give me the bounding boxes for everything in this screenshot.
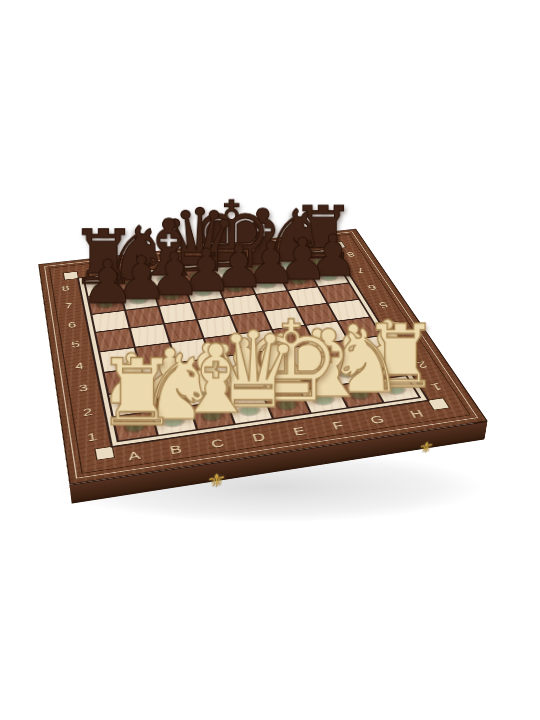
square-a5 (96, 329, 133, 351)
felt-base-shadow (247, 263, 272, 274)
felt-base-shadow (308, 392, 339, 408)
rank-label-5-right: 5 (377, 301, 389, 309)
rank-label-4-left: 4 (74, 360, 84, 370)
felt-base-shadow (262, 375, 292, 391)
square-b2: ♟ (147, 385, 188, 411)
felt-base-shadow (197, 407, 227, 424)
felt-base-shadow (154, 274, 179, 286)
felt-base-shadow (277, 259, 302, 270)
felt-base-shadow (185, 270, 210, 281)
square-a3 (105, 368, 145, 393)
felt-base-shadow (285, 275, 311, 287)
file-label-b-bottom: B (168, 443, 183, 456)
square-g1: ♞ (337, 381, 382, 407)
felt-base-shadow (90, 281, 114, 293)
felt-base-shadow (120, 418, 150, 436)
file-label-g-bottom: G (368, 413, 386, 425)
felt-base-shadow (159, 413, 189, 430)
file-label-f-bottom: F (330, 419, 345, 431)
rank-label-8-right: 8 (345, 251, 356, 258)
felt-base-shadow (344, 386, 375, 402)
chessboard-scene: ⚜ ⚜ ABCDEFGH ABCDEFGH 87654321 87654321 … (18, 114, 458, 554)
felt-base-shadow (127, 294, 152, 306)
felt-base-shadow (254, 278, 280, 290)
file-label-f-top: F (247, 248, 258, 255)
felt-base-shadow (191, 286, 216, 298)
rank-label-6-right: 6 (366, 283, 378, 291)
felt-base-shadow (190, 385, 219, 401)
file-label-b-top: B (119, 262, 130, 270)
square-h3 (350, 336, 393, 359)
felt-base-shadow (223, 282, 249, 294)
rank-label-1-right: 1 (429, 382, 444, 393)
square-f4 (273, 326, 314, 348)
file-label-a-top: A (87, 266, 98, 274)
felt-base-shadow (115, 395, 144, 411)
square-e2: ♟ (256, 370, 299, 395)
file-label-d-bottom: D (251, 430, 267, 443)
file-label-c-bottom: C (209, 436, 225, 449)
file-label-a-bottom: A (127, 449, 141, 462)
product-photo-stage: ⚜ ⚜ ABCDEFGH ABCDEFGH 87654321 87654321 … (0, 0, 540, 720)
felt-base-shadow (159, 290, 184, 302)
square-d6 (192, 299, 229, 319)
rank-label-2-right: 2 (415, 360, 429, 370)
file-label-h-bottom: H (408, 407, 425, 419)
felt-base-shadow (153, 390, 182, 406)
square-e7: ♟ (217, 278, 254, 297)
chessboard: ⚜ ⚜ ABCDEFGH ABCDEFGH 87654321 87654321 … (38, 229, 487, 485)
felt-base-shadow (380, 381, 411, 397)
square-c4 (171, 339, 210, 362)
file-label-e-top: E (216, 251, 228, 258)
square-d2: ♟ (220, 375, 262, 400)
file-label-h-top: H (309, 241, 322, 248)
file-label-c-top: C (151, 258, 163, 266)
square-a2: ♟ (109, 390, 150, 416)
rank-label-3-right: 3 (402, 339, 415, 348)
square-d1: ♛ (228, 397, 272, 424)
felt-base-shadow (226, 380, 256, 396)
brass-latch-icon: ⚜ (418, 439, 435, 455)
square-a1: ♜ (114, 412, 156, 440)
file-label-e-bottom: E (291, 424, 307, 436)
square-b1: ♞ (152, 407, 195, 435)
square-b3 (141, 364, 181, 389)
square-d3 (212, 354, 253, 378)
felt-base-shadow (94, 298, 119, 310)
felt-base-shadow (368, 361, 398, 376)
rank-label-6-left: 6 (67, 320, 77, 329)
square-f3 (282, 345, 324, 368)
rank-label-1-left: 1 (86, 431, 97, 443)
felt-base-shadow (216, 266, 241, 277)
felt-base-shadow (316, 271, 342, 283)
square-f2: ♟ (291, 365, 334, 390)
square-d5 (198, 316, 236, 338)
rank-label-8-left: 8 (61, 284, 70, 292)
felt-base-shadow (333, 365, 363, 380)
file-label-g-top: G (277, 244, 290, 251)
rank-label-7-left: 7 (64, 301, 73, 309)
square-h6 (319, 283, 358, 302)
square-b5 (131, 325, 169, 347)
file-label-d-top: D (184, 255, 196, 263)
square-a6 (92, 311, 128, 332)
square-b6 (126, 307, 163, 328)
square-c1: ♝ (190, 402, 233, 429)
rank-label-5-left: 5 (71, 340, 81, 349)
rank-label-7-right: 7 (355, 267, 367, 275)
square-h8: ♜ (301, 252, 338, 270)
felt-base-shadow (235, 402, 266, 419)
rank-label-3-left: 3 (78, 382, 89, 393)
felt-base-shadow (307, 256, 332, 267)
rank-label-4-right: 4 (389, 320, 402, 329)
square-a4 (100, 348, 138, 372)
felt-base-shadow (298, 370, 328, 385)
square-c2: ♟ (183, 380, 225, 406)
felt-base-shadow (122, 277, 146, 289)
felt-base-shadow (272, 397, 303, 414)
brass-hinge-icon: ⚜ (206, 470, 227, 491)
rank-label-2-left: 2 (82, 406, 93, 417)
